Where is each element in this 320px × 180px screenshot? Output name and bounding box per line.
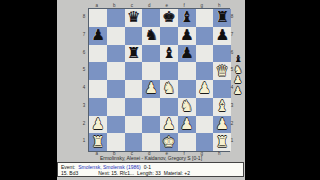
white-pawn: ♟ [198, 80, 211, 97]
chess-gui: abcdefgh 87654321 ♛♚♝♜♟♞♟♟♜♝♟♛♟♞♟♞♝♟♟♟♟♜… [57, 0, 245, 180]
square-g4[interactable]: ♟ [196, 80, 214, 98]
white-pawn: ♟ [144, 80, 157, 97]
square-a8[interactable] [89, 9, 107, 27]
square-f8[interactable]: ♝ [178, 9, 196, 27]
white-pawn: ♟ [180, 116, 193, 133]
square-a5[interactable] [89, 62, 107, 80]
coord-label: 8 [81, 8, 87, 26]
square-e5[interactable] [160, 62, 178, 80]
square-b4[interactable] [107, 80, 125, 98]
white-bishop: ♝ [215, 98, 228, 115]
square-d2[interactable] [142, 116, 160, 134]
square-d4[interactable]: ♟ [142, 80, 160, 98]
square-b2[interactable] [107, 116, 125, 134]
square-e6[interactable]: ♝ [160, 45, 178, 63]
captured-pieces-tray: ♝♞♟♟ [232, 54, 244, 96]
white-knight: ♞ [162, 80, 175, 97]
white-rook: ♜ [215, 134, 228, 151]
black-queen: ♛ [127, 9, 140, 26]
square-f6[interactable]: ♟ [178, 45, 196, 63]
coord-label: 7 [81, 26, 87, 44]
square-a6[interactable] [89, 45, 107, 63]
square-e3[interactable] [160, 98, 178, 116]
black-pawn: ♟ [91, 27, 104, 44]
square-f7[interactable]: ♟ [178, 27, 196, 45]
rank-labels-left: 87654321 [81, 8, 87, 150]
white-rook: ♜ [91, 134, 104, 151]
square-b5[interactable] [107, 62, 125, 80]
black-bishop-captured: ♝ [234, 54, 243, 65]
square-c7[interactable] [125, 27, 143, 45]
black-knight: ♞ [144, 27, 157, 44]
square-c1[interactable] [125, 133, 143, 151]
square-a4[interactable] [89, 80, 107, 98]
coord-label: 3 [229, 97, 235, 115]
square-b8[interactable] [107, 9, 125, 27]
square-b1[interactable] [107, 133, 125, 151]
square-c6[interactable]: ♜ [125, 45, 143, 63]
square-c8[interactable]: ♛ [125, 9, 143, 27]
square-b7[interactable] [107, 27, 125, 45]
square-a3[interactable] [89, 98, 107, 116]
square-c4[interactable] [125, 80, 143, 98]
square-g3[interactable] [196, 98, 214, 116]
square-b3[interactable] [107, 98, 125, 116]
square-e4[interactable]: ♞ [160, 80, 178, 98]
white-pawn: ♟ [215, 116, 228, 133]
chess-board: ♛♚♝♜♟♞♟♟♜♝♟♛♟♞♟♞♝♟♟♟♟♜♚♜ [88, 8, 230, 152]
coord-label: 4 [81, 79, 87, 97]
coord-label: 6 [81, 44, 87, 62]
coord-label: 2 [229, 115, 235, 133]
square-f1[interactable] [178, 133, 196, 151]
coord-label: 3 [81, 97, 87, 115]
coord-label: 2 [81, 115, 87, 133]
black-king: ♚ [162, 9, 175, 26]
white-king: ♚ [162, 134, 175, 151]
square-f4[interactable] [178, 80, 196, 98]
square-f5[interactable] [178, 62, 196, 80]
black-bishop: ♝ [180, 9, 193, 26]
square-e8[interactable]: ♚ [160, 9, 178, 27]
square-f2[interactable]: ♟ [178, 116, 196, 134]
game-length: Length: 33 [137, 170, 161, 176]
square-d5[interactable] [142, 62, 160, 80]
square-a7[interactable]: ♟ [89, 27, 107, 45]
square-d1[interactable] [142, 133, 160, 151]
next-move: Next: 15. Rfc1... [98, 170, 134, 176]
square-d6[interactable] [142, 45, 160, 63]
coord-label: 5 [81, 61, 87, 79]
square-g1[interactable] [196, 133, 214, 151]
square-d3[interactable] [142, 98, 160, 116]
square-c2[interactable] [125, 116, 143, 134]
black-rook: ♜ [127, 45, 140, 62]
black-pawn: ♟ [180, 45, 193, 62]
white-queen: ♛ [215, 63, 228, 80]
square-g6[interactable] [196, 45, 214, 63]
coord-label: 8 [229, 8, 235, 26]
white-pawn: ♟ [91, 116, 104, 133]
square-f3[interactable]: ♞ [178, 98, 196, 116]
square-g7[interactable] [196, 27, 214, 45]
material-balance: Material: +2 [164, 170, 190, 176]
square-c5[interactable] [125, 62, 143, 80]
square-e7[interactable] [160, 27, 178, 45]
square-c3[interactable] [125, 98, 143, 116]
coord-label: 1 [81, 132, 87, 150]
square-g8[interactable] [196, 9, 214, 27]
game-info-box: Event: Smolensk, Smolensk (1986) 0-1 15.… [57, 162, 244, 177]
square-d7[interactable]: ♞ [142, 27, 160, 45]
square-e2[interactable]: ♟ [160, 116, 178, 134]
coord-label: 7 [229, 26, 235, 44]
game-title: Ermolinsky, Alexei - Kaidanov, Gregory S… [57, 155, 245, 161]
video-frame: abcdefgh 87654321 ♛♚♝♜♟♞♟♟♜♝♟♛♟♞♟♞♝♟♟♟♟♜… [0, 0, 320, 180]
square-b6[interactable] [107, 45, 125, 63]
move-row: 15. Bd3 Next: 15. Rfc1... Length: 33 Mat… [61, 170, 240, 176]
white-pawn: ♟ [162, 116, 175, 133]
square-a1[interactable]: ♜ [89, 133, 107, 151]
black-bishop: ♝ [162, 45, 175, 62]
white-pawn-captured: ♟ [234, 86, 243, 97]
square-d8[interactable] [142, 9, 160, 27]
white-pawn-captured: ♟ [234, 75, 243, 86]
square-g2[interactable] [196, 116, 214, 134]
white-knight: ♞ [180, 98, 193, 115]
square-e1[interactable]: ♚ [160, 133, 178, 151]
current-move: 15. Bd3 [61, 170, 78, 176]
black-rook: ♜ [215, 9, 228, 26]
square-g5[interactable] [196, 62, 214, 80]
coord-label: 1 [229, 132, 235, 150]
black-pawn: ♟ [180, 27, 193, 44]
square-a2[interactable]: ♟ [89, 116, 107, 134]
black-pawn: ♟ [215, 27, 228, 44]
